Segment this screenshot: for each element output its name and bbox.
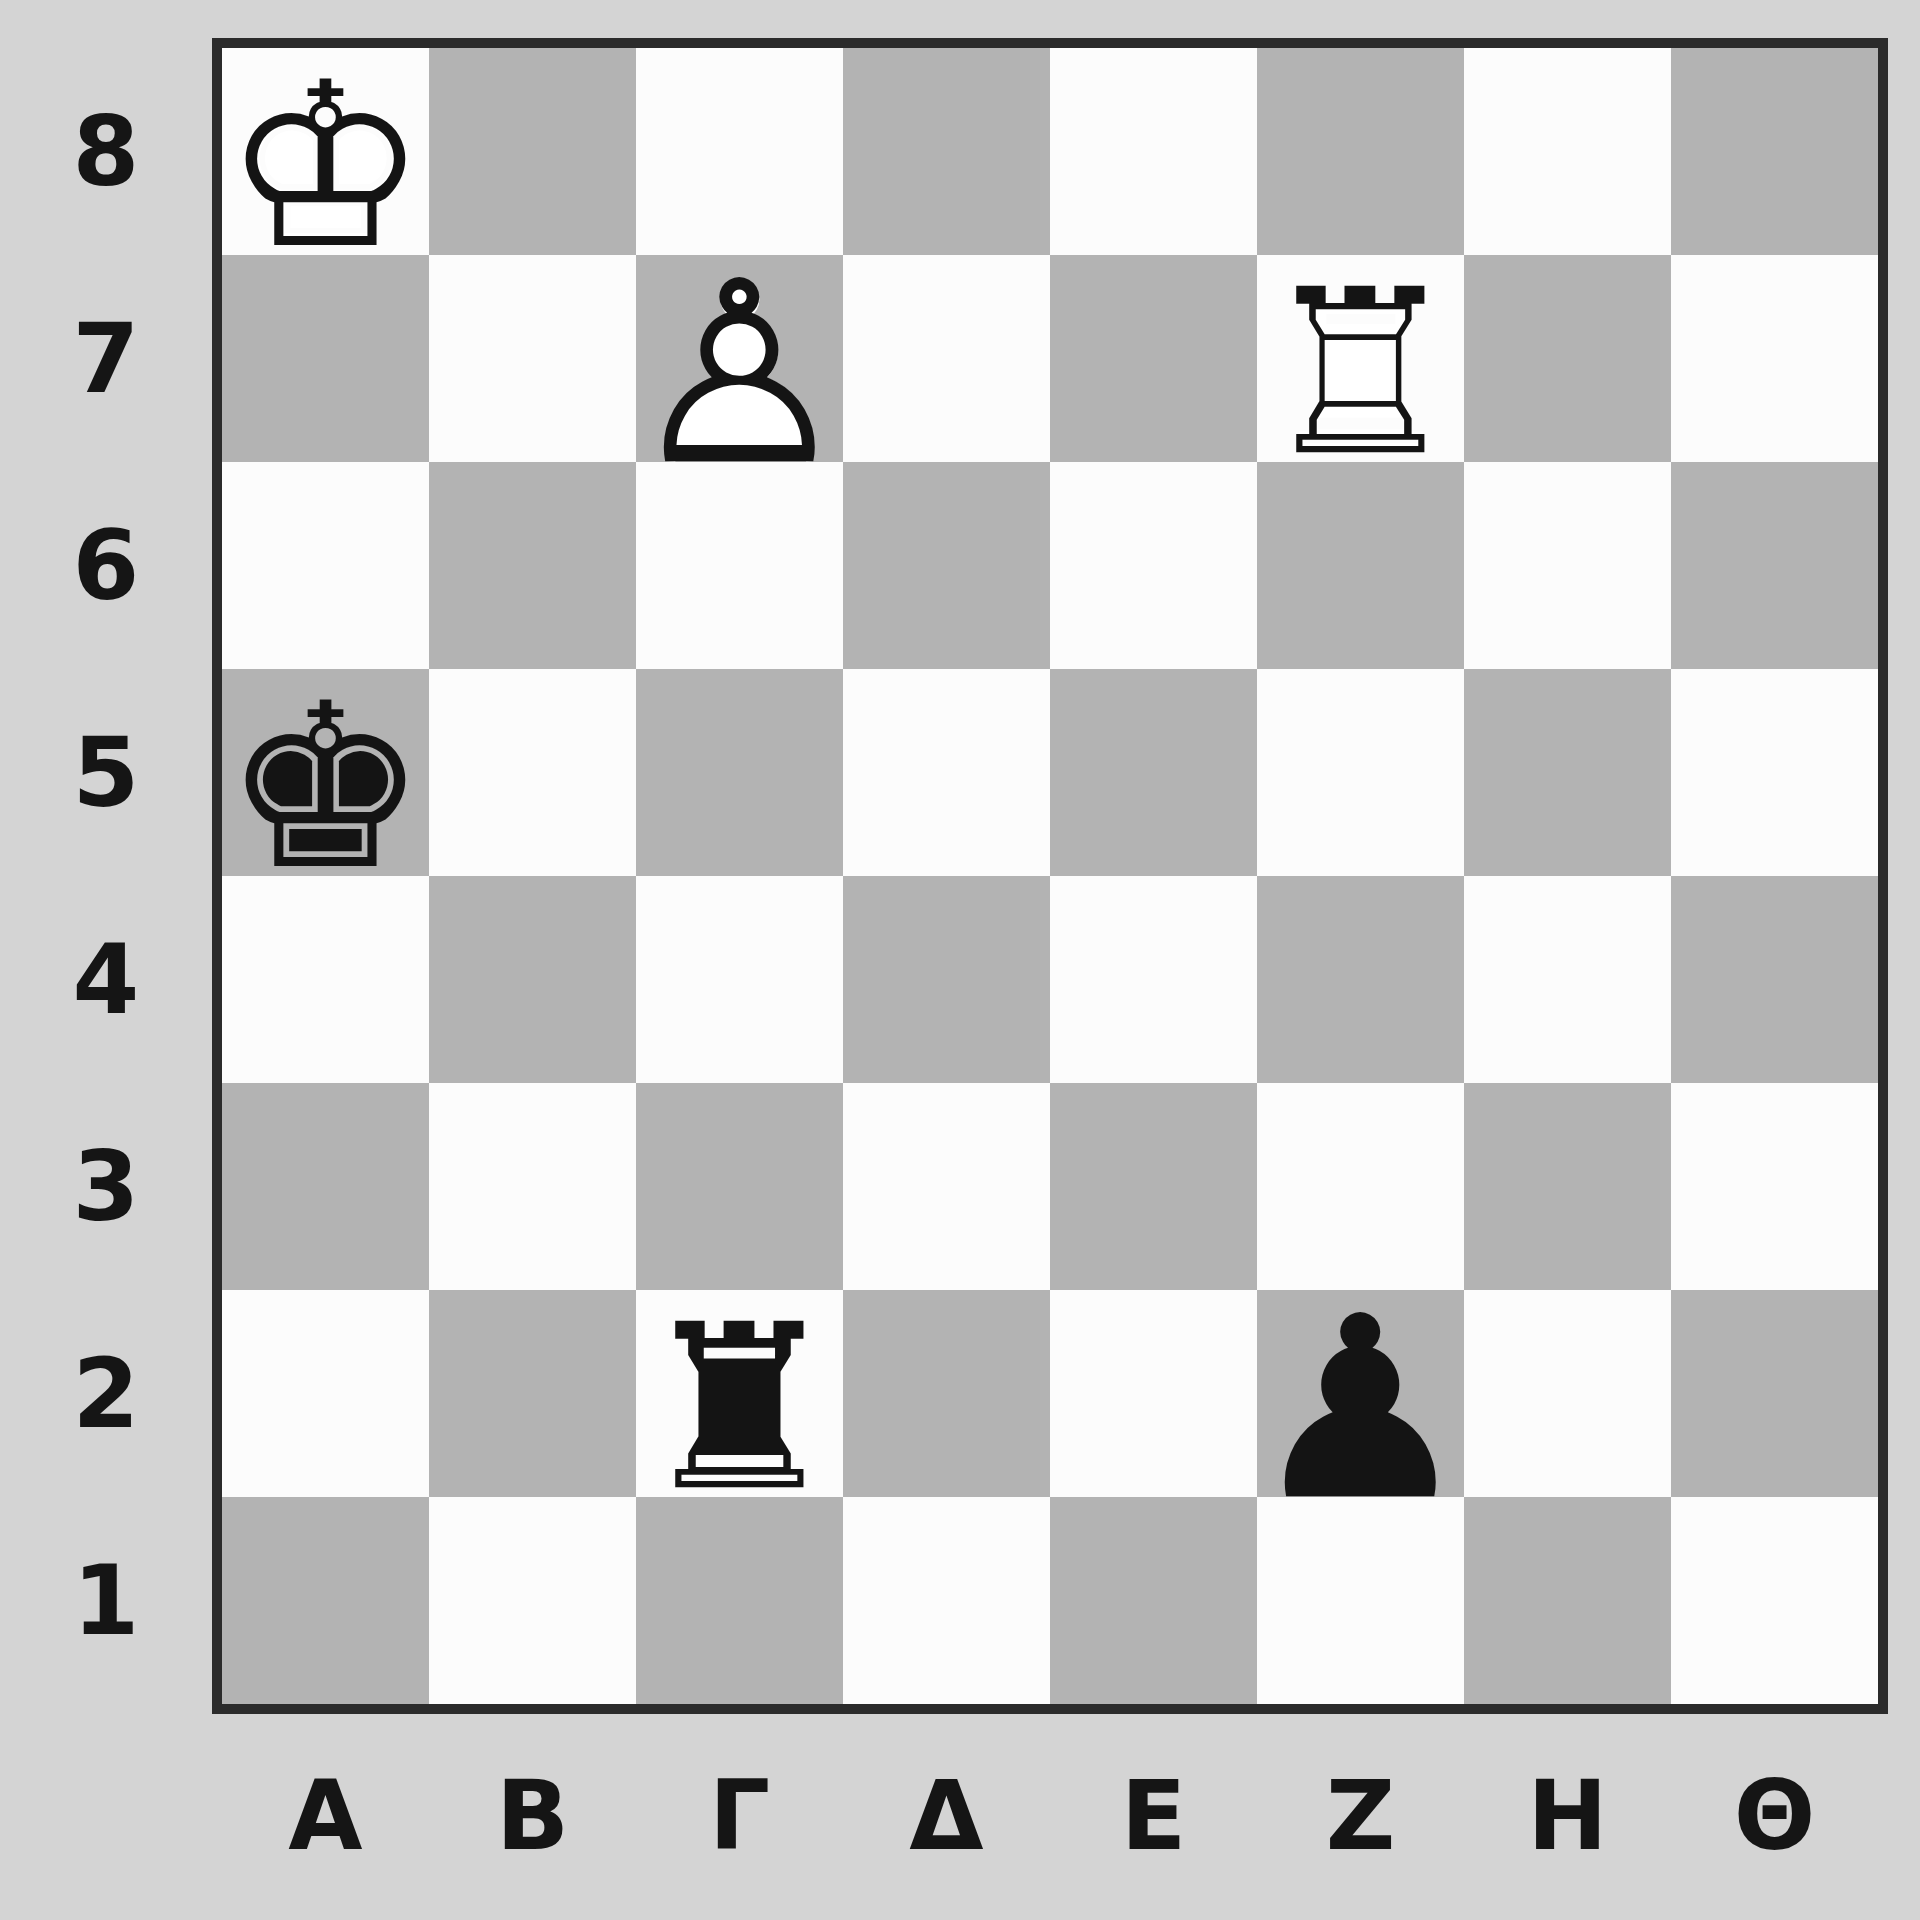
square-c8[interactable]	[636, 48, 843, 255]
square-a4[interactable]	[222, 876, 429, 1083]
square-d7[interactable]	[843, 255, 1050, 462]
square-e7[interactable]	[1050, 255, 1257, 462]
square-g4[interactable]	[1464, 876, 1671, 1083]
square-h1[interactable]	[1671, 1497, 1878, 1704]
square-e5[interactable]	[1050, 669, 1257, 876]
file-labels: ΑΒΓΔΕΖΗΘ	[222, 1712, 1878, 1920]
square-a5[interactable]: ♚	[222, 669, 429, 876]
square-b8[interactable]	[429, 48, 636, 255]
file-label-a: Α	[222, 1712, 429, 1920]
square-b2[interactable]	[429, 1290, 636, 1497]
square-f7[interactable]: ♜♖	[1257, 255, 1464, 462]
square-d5[interactable]	[843, 669, 1050, 876]
square-g3[interactable]	[1464, 1083, 1671, 1290]
square-a2[interactable]	[222, 1290, 429, 1497]
square-h4[interactable]	[1671, 876, 1878, 1083]
square-c1[interactable]	[636, 1497, 843, 1704]
white-rook-icon: ♖	[1258, 258, 1462, 486]
file-label-g: Η	[1464, 1712, 1671, 1920]
file-label-c: Γ	[636, 1712, 843, 1920]
rank-label-5: 5	[0, 669, 212, 876]
square-b4[interactable]	[429, 876, 636, 1083]
square-e1[interactable]	[1050, 1497, 1257, 1704]
white-pawn-fill-glyph: ♟	[630, 251, 849, 495]
rank-label-7: 7	[0, 255, 212, 462]
square-e2[interactable]	[1050, 1290, 1257, 1497]
black-king-a5[interactable]: ♚	[222, 669, 429, 876]
square-d6[interactable]	[843, 462, 1050, 669]
square-e4[interactable]	[1050, 876, 1257, 1083]
square-c3[interactable]	[636, 1083, 843, 1290]
white-king-icon: ♔	[223, 51, 427, 279]
square-h2[interactable]	[1671, 1290, 1878, 1497]
square-b1[interactable]	[429, 1497, 636, 1704]
square-f4[interactable]	[1257, 876, 1464, 1083]
rank-label-3: 3	[0, 1083, 212, 1290]
square-d4[interactable]	[843, 876, 1050, 1083]
square-b5[interactable]	[429, 669, 636, 876]
white-rook-f7[interactable]: ♜♖	[1257, 255, 1464, 462]
square-a6[interactable]	[222, 462, 429, 669]
square-g5[interactable]	[1464, 669, 1671, 876]
rank-label-6: 6	[0, 462, 212, 669]
square-c2[interactable]: ♜	[636, 1290, 843, 1497]
square-f5[interactable]	[1257, 669, 1464, 876]
square-f8[interactable]	[1257, 48, 1464, 255]
square-a3[interactable]	[222, 1083, 429, 1290]
square-a7[interactable]	[222, 255, 429, 462]
square-c4[interactable]	[636, 876, 843, 1083]
square-c6[interactable]	[636, 462, 843, 669]
rank-labels: 87654321	[0, 48, 212, 1704]
square-c7[interactable]: ♟♙	[636, 255, 843, 462]
square-c5[interactable]	[636, 669, 843, 876]
rank-label-8: 8	[0, 48, 212, 255]
square-b7[interactable]	[429, 255, 636, 462]
white-king-fill-glyph: ♚	[226, 55, 424, 276]
square-a8[interactable]: ♚♔	[222, 48, 429, 255]
file-label-e: Ε	[1050, 1712, 1257, 1920]
square-d3[interactable]	[843, 1083, 1050, 1290]
black-pawn-f2[interactable]: ♟	[1257, 1290, 1464, 1497]
square-f3[interactable]	[1257, 1083, 1464, 1290]
square-a1[interactable]	[222, 1497, 429, 1704]
square-g6[interactable]	[1464, 462, 1671, 669]
square-g8[interactable]	[1464, 48, 1671, 255]
square-b6[interactable]	[429, 462, 636, 669]
rank-label-1: 1	[0, 1497, 212, 1704]
square-e6[interactable]	[1050, 462, 1257, 669]
square-h5[interactable]	[1671, 669, 1878, 876]
chess-diagram: 87654321 ♚♔♟♙♜♖♚♜♟ ΑΒΓΔΕΖΗΘ	[0, 0, 1920, 1920]
square-g7[interactable]	[1464, 255, 1671, 462]
black-rook-icon: ♜	[637, 1293, 841, 1521]
file-label-b: Β	[429, 1712, 636, 1920]
square-h3[interactable]	[1671, 1083, 1878, 1290]
file-label-f: Ζ	[1257, 1712, 1464, 1920]
rank-label-2: 2	[0, 1290, 212, 1497]
white-pawn-c7[interactable]: ♟♙	[636, 255, 843, 462]
square-b3[interactable]	[429, 1083, 636, 1290]
square-d1[interactable]	[843, 1497, 1050, 1704]
square-h6[interactable]	[1671, 462, 1878, 669]
board: ♚♔♟♙♜♖♚♜♟	[212, 38, 1888, 1714]
square-f1[interactable]	[1257, 1497, 1464, 1704]
square-d8[interactable]	[843, 48, 1050, 255]
square-f2[interactable]: ♟	[1257, 1290, 1464, 1497]
rank-label-4: 4	[0, 876, 212, 1083]
file-label-h: Θ	[1671, 1712, 1878, 1920]
square-h7[interactable]	[1671, 255, 1878, 462]
square-f6[interactable]	[1257, 462, 1464, 669]
black-king-icon: ♚	[223, 672, 427, 900]
square-g1[interactable]	[1464, 1497, 1671, 1704]
square-e3[interactable]	[1050, 1083, 1257, 1290]
white-king-a8[interactable]: ♚♔	[222, 48, 429, 255]
white-rook-fill-glyph: ♜	[1261, 262, 1459, 483]
square-d2[interactable]	[843, 1290, 1050, 1497]
black-rook-c2[interactable]: ♜	[636, 1290, 843, 1497]
file-label-d: Δ	[843, 1712, 1050, 1920]
square-e8[interactable]	[1050, 48, 1257, 255]
square-g2[interactable]	[1464, 1290, 1671, 1497]
square-h8[interactable]	[1671, 48, 1878, 255]
